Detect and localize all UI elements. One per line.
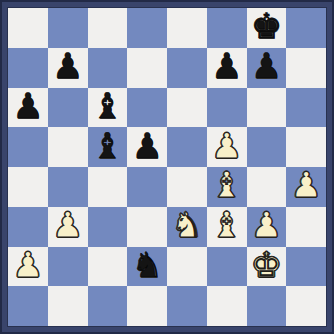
square-d4[interactable] (127, 167, 167, 207)
square-c4[interactable] (88, 167, 128, 207)
square-d3[interactable] (127, 207, 167, 247)
square-h3[interactable] (286, 207, 326, 247)
piece-black-pawn[interactable]: ♟ (211, 49, 242, 84)
square-e6[interactable] (167, 88, 207, 128)
piece-black-pawn[interactable]: ♟ (251, 49, 282, 84)
square-d1[interactable] (127, 286, 167, 326)
square-g4[interactable] (247, 167, 287, 207)
square-c6[interactable]: ♝ (88, 88, 128, 128)
square-g3[interactable]: ♟ (247, 207, 287, 247)
square-b8[interactable] (48, 8, 88, 48)
square-d6[interactable] (127, 88, 167, 128)
piece-white-pawn[interactable]: ♟ (52, 208, 83, 243)
square-e5[interactable] (167, 127, 207, 167)
square-h8[interactable] (286, 8, 326, 48)
square-b3[interactable]: ♟ (48, 207, 88, 247)
square-a5[interactable] (8, 127, 48, 167)
square-c8[interactable] (88, 8, 128, 48)
square-g7[interactable]: ♟ (247, 48, 287, 88)
piece-black-bishop[interactable]: ♝ (92, 89, 123, 124)
square-e3[interactable]: ♞ (167, 207, 207, 247)
square-c3[interactable] (88, 207, 128, 247)
square-a4[interactable] (8, 167, 48, 207)
chess-board: ♚♟♟♟♟♝♝♟♟♝♟♟♞♝♟♟♞♚ (8, 8, 326, 326)
square-a2[interactable]: ♟ (8, 247, 48, 287)
board-frame: ♚♟♟♟♟♝♝♟♟♝♟♟♞♝♟♟♞♚ (0, 0, 334, 334)
square-d2[interactable]: ♞ (127, 247, 167, 287)
square-h7[interactable] (286, 48, 326, 88)
square-a1[interactable] (8, 286, 48, 326)
square-d8[interactable] (127, 8, 167, 48)
square-g1[interactable] (247, 286, 287, 326)
square-b4[interactable] (48, 167, 88, 207)
square-e1[interactable] (167, 286, 207, 326)
piece-white-pawn[interactable]: ♟ (12, 248, 43, 283)
square-h6[interactable] (286, 88, 326, 128)
square-c1[interactable] (88, 286, 128, 326)
piece-white-pawn[interactable]: ♟ (290, 168, 321, 203)
square-b6[interactable] (48, 88, 88, 128)
square-b7[interactable]: ♟ (48, 48, 88, 88)
square-f6[interactable] (207, 88, 247, 128)
piece-white-bishop[interactable]: ♝ (211, 168, 242, 203)
piece-black-king[interactable]: ♚ (251, 9, 282, 44)
piece-black-pawn[interactable]: ♟ (52, 49, 83, 84)
square-g2[interactable]: ♚ (247, 247, 287, 287)
square-c7[interactable] (88, 48, 128, 88)
square-a6[interactable]: ♟ (8, 88, 48, 128)
piece-white-bishop[interactable]: ♝ (211, 208, 242, 243)
square-f4[interactable]: ♝ (207, 167, 247, 207)
square-f8[interactable] (207, 8, 247, 48)
square-b5[interactable] (48, 127, 88, 167)
piece-black-bishop[interactable]: ♝ (92, 129, 123, 164)
square-c2[interactable] (88, 247, 128, 287)
square-h1[interactable] (286, 286, 326, 326)
piece-white-king[interactable]: ♚ (251, 248, 282, 283)
square-d7[interactable] (127, 48, 167, 88)
square-f1[interactable] (207, 286, 247, 326)
square-g8[interactable]: ♚ (247, 8, 287, 48)
square-e2[interactable] (167, 247, 207, 287)
square-b1[interactable] (48, 286, 88, 326)
piece-black-pawn[interactable]: ♟ (131, 129, 162, 164)
square-e8[interactable] (167, 8, 207, 48)
piece-black-pawn[interactable]: ♟ (12, 89, 43, 124)
piece-white-knight[interactable]: ♞ (171, 208, 202, 243)
square-h4[interactable]: ♟ (286, 167, 326, 207)
square-h2[interactable] (286, 247, 326, 287)
square-d5[interactable]: ♟ (127, 127, 167, 167)
square-f7[interactable]: ♟ (207, 48, 247, 88)
square-e7[interactable] (167, 48, 207, 88)
square-f5[interactable]: ♟ (207, 127, 247, 167)
piece-white-pawn[interactable]: ♟ (211, 129, 242, 164)
piece-white-pawn[interactable]: ♟ (251, 208, 282, 243)
square-g6[interactable] (247, 88, 287, 128)
square-b2[interactable] (48, 247, 88, 287)
square-f2[interactable] (207, 247, 247, 287)
piece-black-knight[interactable]: ♞ (131, 248, 162, 283)
square-h5[interactable] (286, 127, 326, 167)
square-a3[interactable] (8, 207, 48, 247)
square-e4[interactable] (167, 167, 207, 207)
square-a8[interactable] (8, 8, 48, 48)
square-c5[interactable]: ♝ (88, 127, 128, 167)
square-f3[interactable]: ♝ (207, 207, 247, 247)
square-g5[interactable] (247, 127, 287, 167)
square-a7[interactable] (8, 48, 48, 88)
